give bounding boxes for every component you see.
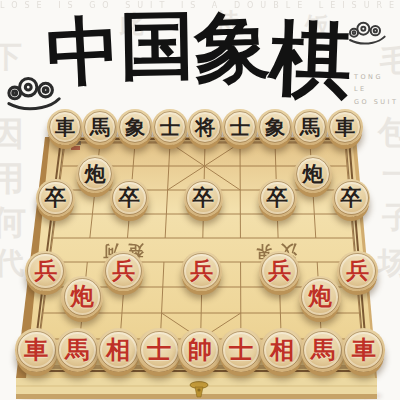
piece-black-rook[interactable]: 車 (327, 109, 363, 145)
piece-black-cannon[interactable]: 炮 (294, 155, 332, 193)
piece-character: 炮 (84, 160, 105, 188)
piece-character: 馬 (90, 114, 110, 141)
piece-black-soldier[interactable]: 卒 (184, 179, 222, 217)
piece-red-general[interactable]: 帥 (178, 328, 221, 371)
piece-character: 炮 (308, 281, 331, 312)
piece-red-rook[interactable]: 車 (15, 328, 58, 371)
piece-character: 兵 (268, 255, 291, 286)
piece-red-advisor[interactable]: 士 (137, 328, 180, 371)
piece-character: 兵 (112, 255, 135, 286)
piece-character: 車 (55, 114, 75, 141)
piece-character: 兵 (34, 255, 57, 286)
piece-red-soldier[interactable]: 兵 (259, 251, 300, 292)
piece-character: 相 (106, 334, 130, 366)
piece-character: 卒 (267, 183, 289, 212)
piece-black-advisor[interactable]: 士 (152, 109, 188, 145)
piece-character: 馬 (300, 114, 320, 141)
piece-character: 卒 (45, 183, 67, 212)
piece-red-soldier[interactable]: 兵 (103, 251, 144, 292)
piece-character: 卒 (341, 183, 363, 212)
piece-character: 車 (352, 334, 376, 366)
piece-character: 士 (160, 114, 180, 141)
piece-character: 車 (335, 114, 355, 141)
xiangqi-board[interactable]: 楚河 汉界 車馬象士将士象馬車炮炮卒卒卒卒卒兵兵兵兵兵炮炮車馬相士帥士相馬車 (0, 0, 400, 400)
piece-character: 馬 (311, 334, 335, 366)
piece-character: 卒 (119, 183, 141, 212)
piece-character: 兵 (346, 255, 369, 286)
piece-black-elephant[interactable]: 象 (257, 109, 293, 145)
piece-black-general[interactable]: 将 (187, 109, 223, 145)
piece-character: 卒 (193, 183, 215, 212)
piece-character: 相 (270, 334, 294, 366)
piece-black-cannon[interactable]: 炮 (76, 155, 114, 193)
piece-character: 帥 (188, 334, 212, 366)
piece-red-elephant[interactable]: 相 (260, 328, 303, 371)
piece-black-soldier[interactable]: 卒 (110, 179, 148, 217)
piece-character: 象 (265, 114, 285, 141)
piece-black-soldier[interactable]: 卒 (332, 179, 370, 217)
piece-red-horse[interactable]: 馬 (56, 328, 99, 371)
piece-character: 炮 (71, 281, 94, 312)
piece-black-soldier[interactable]: 卒 (258, 179, 296, 217)
piece-character: 兵 (190, 255, 213, 286)
piece-character: 馬 (65, 334, 89, 366)
product-photo: LOSE IS GO SUIT IS A DOUBLE LEISURE 下因用何… (0, 0, 400, 400)
piece-character: 車 (24, 334, 48, 366)
piece-red-cannon[interactable]: 炮 (61, 276, 103, 318)
piece-red-soldier[interactable]: 兵 (337, 251, 378, 292)
piece-red-soldier[interactable]: 兵 (25, 251, 66, 292)
piece-character: 士 (230, 114, 250, 141)
piece-black-rook[interactable]: 車 (47, 109, 83, 145)
piece-black-horse[interactable]: 馬 (82, 109, 118, 145)
piece-red-horse[interactable]: 馬 (301, 328, 344, 371)
piece-black-horse[interactable]: 馬 (292, 109, 328, 145)
piece-character: 士 (147, 334, 171, 366)
piece-character: 将 (195, 114, 215, 141)
piece-black-soldier[interactable]: 卒 (36, 179, 74, 217)
piece-red-advisor[interactable]: 士 (219, 328, 262, 371)
piece-black-elephant[interactable]: 象 (117, 109, 153, 145)
piece-character: 象 (125, 114, 145, 141)
pieces-layer: 車馬象士将士象馬車炮炮卒卒卒卒卒兵兵兵兵兵炮炮車馬相士帥士相馬車 (0, 0, 400, 400)
piece-red-elephant[interactable]: 相 (97, 328, 140, 371)
piece-red-rook[interactable]: 車 (342, 328, 385, 371)
piece-red-soldier[interactable]: 兵 (181, 251, 222, 292)
piece-character: 士 (229, 334, 253, 366)
piece-character: 炮 (302, 160, 323, 188)
piece-black-advisor[interactable]: 士 (222, 109, 258, 145)
piece-red-cannon[interactable]: 炮 (299, 276, 341, 318)
